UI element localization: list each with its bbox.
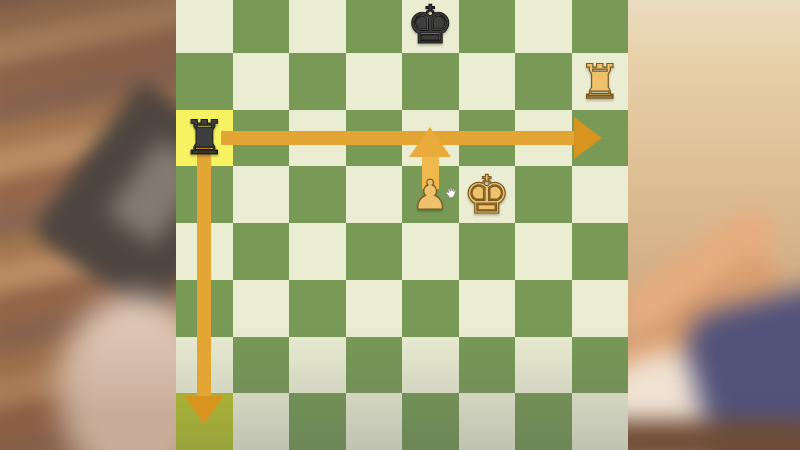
- square-f2[interactable]: [459, 337, 516, 394]
- square-f6[interactable]: [459, 110, 516, 167]
- square-g4[interactable]: [515, 223, 572, 280]
- square-b7[interactable]: [233, 53, 290, 110]
- square-a3[interactable]: [176, 280, 233, 337]
- square-b5[interactable]: [233, 166, 290, 223]
- square-f5[interactable]: [459, 166, 516, 223]
- screenshot-stage: ♚♜♜♟♚: [0, 0, 800, 450]
- square-f1[interactable]: [459, 393, 516, 450]
- square-e1[interactable]: [402, 393, 459, 450]
- square-d7[interactable]: [346, 53, 403, 110]
- square-d1[interactable]: [346, 393, 403, 450]
- square-g2[interactable]: [515, 337, 572, 394]
- square-h8[interactable]: [572, 0, 629, 53]
- square-h5[interactable]: [572, 166, 629, 223]
- square-h2[interactable]: [572, 337, 629, 394]
- square-d8[interactable]: [346, 0, 403, 53]
- square-f8[interactable]: [459, 0, 516, 53]
- square-c1[interactable]: [289, 393, 346, 450]
- square-e2[interactable]: [402, 337, 459, 394]
- square-h1[interactable]: [572, 393, 629, 450]
- square-a7[interactable]: [176, 53, 233, 110]
- square-b2[interactable]: [233, 337, 290, 394]
- square-h3[interactable]: [572, 280, 629, 337]
- square-b8[interactable]: [233, 0, 290, 53]
- square-c5[interactable]: [289, 166, 346, 223]
- square-g7[interactable]: [515, 53, 572, 110]
- square-g3[interactable]: [515, 280, 572, 337]
- square-b6[interactable]: [233, 110, 290, 167]
- square-a6-highlighted[interactable]: [176, 110, 233, 167]
- square-a4[interactable]: [176, 223, 233, 280]
- square-a8[interactable]: [176, 0, 233, 53]
- square-c7[interactable]: [289, 53, 346, 110]
- square-d4[interactable]: [346, 223, 403, 280]
- square-b4[interactable]: [233, 223, 290, 280]
- square-h7[interactable]: [572, 53, 629, 110]
- background-left-shading: [0, 0, 195, 450]
- square-a1-highlighted[interactable]: [176, 393, 233, 450]
- square-d2[interactable]: [346, 337, 403, 394]
- chess-board[interactable]: ♚♜♜♟♚: [176, 0, 628, 450]
- square-c8[interactable]: [289, 0, 346, 53]
- square-g8[interactable]: [515, 0, 572, 53]
- square-g1[interactable]: [515, 393, 572, 450]
- square-e8[interactable]: [402, 0, 459, 53]
- square-c4[interactable]: [289, 223, 346, 280]
- square-d5[interactable]: [346, 166, 403, 223]
- square-e3[interactable]: [402, 280, 459, 337]
- square-b3[interactable]: [233, 280, 290, 337]
- square-a5[interactable]: [176, 166, 233, 223]
- square-d3[interactable]: [346, 280, 403, 337]
- square-d6[interactable]: [346, 110, 403, 167]
- square-c3[interactable]: [289, 280, 346, 337]
- square-g5[interactable]: [515, 166, 572, 223]
- square-a2[interactable]: [176, 337, 233, 394]
- board-squares: [176, 0, 628, 450]
- square-f7[interactable]: [459, 53, 516, 110]
- square-f4[interactable]: [459, 223, 516, 280]
- square-e4[interactable]: [402, 223, 459, 280]
- square-h4[interactable]: [572, 223, 629, 280]
- square-f3[interactable]: [459, 280, 516, 337]
- square-g6[interactable]: [515, 110, 572, 167]
- square-c6[interactable]: [289, 110, 346, 167]
- square-h6[interactable]: [572, 110, 629, 167]
- square-e7[interactable]: [402, 53, 459, 110]
- square-e6[interactable]: [402, 110, 459, 167]
- square-c2[interactable]: [289, 337, 346, 394]
- square-e5[interactable]: [402, 166, 459, 223]
- square-b1[interactable]: [233, 393, 290, 450]
